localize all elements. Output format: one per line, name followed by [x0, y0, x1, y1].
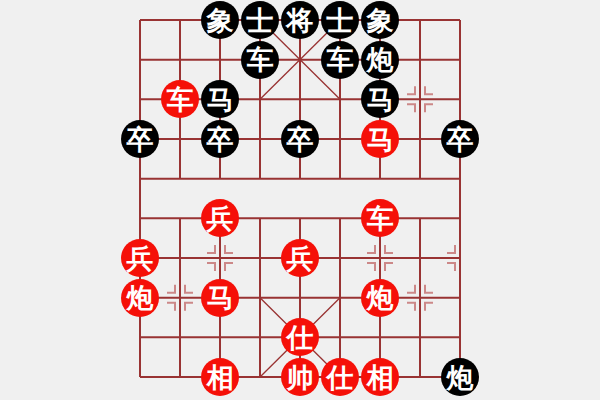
piece-black-chariot[interactable]: 车	[321, 41, 359, 79]
pieces-layer: 象士将士象车车炮车马马卒卒卒马卒兵车兵兵炮马炮仕相帅仕相炮	[0, 0, 600, 400]
piece-red-elephant[interactable]: 相	[361, 358, 399, 396]
piece-red-advisor[interactable]: 仕	[281, 318, 319, 356]
piece-red-advisor[interactable]: 仕	[321, 358, 359, 396]
piece-red-general[interactable]: 帅	[281, 358, 319, 396]
piece-black-elephant[interactable]: 象	[201, 1, 239, 39]
piece-black-cannon[interactable]: 炮	[361, 41, 399, 79]
piece-red-cannon[interactable]: 炮	[121, 279, 159, 317]
piece-black-elephant[interactable]: 象	[361, 1, 399, 39]
piece-red-horse[interactable]: 马	[201, 279, 239, 317]
piece-red-chariot[interactable]: 车	[361, 199, 399, 237]
piece-black-soldier[interactable]: 卒	[281, 120, 319, 158]
piece-red-soldier[interactable]: 兵	[201, 199, 239, 237]
piece-black-soldier[interactable]: 卒	[201, 120, 239, 158]
piece-black-soldier[interactable]: 卒	[121, 120, 159, 158]
piece-black-chariot[interactable]: 车	[241, 41, 279, 79]
piece-black-general[interactable]: 将	[281, 1, 319, 39]
piece-red-soldier[interactable]: 兵	[121, 239, 159, 277]
piece-black-advisor[interactable]: 士	[321, 1, 359, 39]
piece-black-advisor[interactable]: 士	[241, 1, 279, 39]
xiangqi-board: 象士将士象车车炮车马马卒卒卒马卒兵车兵兵炮马炮仕相帅仕相炮	[0, 0, 600, 400]
piece-black-cannon[interactable]: 炮	[441, 358, 479, 396]
piece-red-cannon[interactable]: 炮	[361, 279, 399, 317]
piece-red-horse[interactable]: 马	[361, 120, 399, 158]
piece-black-horse[interactable]: 马	[361, 80, 399, 118]
piece-red-chariot[interactable]: 车	[161, 80, 199, 118]
piece-black-soldier[interactable]: 卒	[441, 120, 479, 158]
piece-black-horse[interactable]: 马	[201, 80, 239, 118]
piece-red-soldier[interactable]: 兵	[281, 239, 319, 277]
piece-red-elephant[interactable]: 相	[201, 358, 239, 396]
